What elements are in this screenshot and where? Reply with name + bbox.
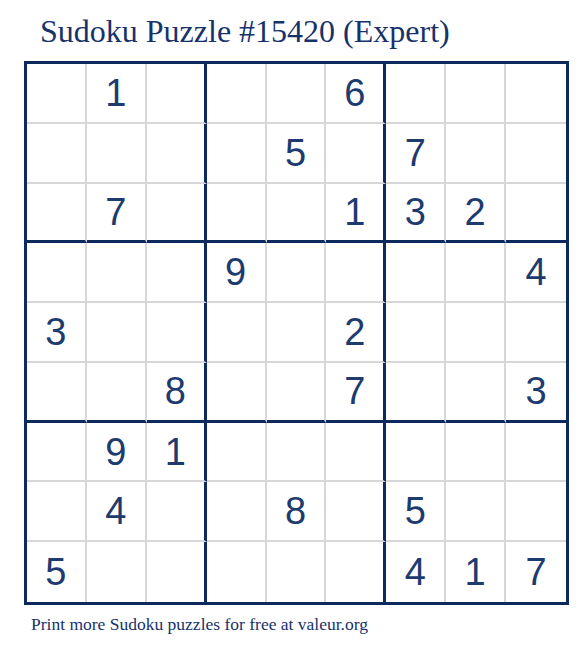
footer-text: Print more Sudoku puzzles for free at va… (31, 613, 368, 636)
cell-r6c5 (267, 363, 327, 423)
cell-r9c4 (207, 542, 267, 602)
cell-r8c2: 4 (87, 482, 147, 542)
given-digit: 2 (465, 193, 486, 231)
cell-r6c3: 8 (147, 363, 207, 423)
cell-r4c5 (267, 243, 327, 303)
cell-r7c1 (27, 423, 87, 483)
cell-r3c2: 7 (87, 184, 147, 244)
cell-r5c8 (446, 303, 506, 363)
given-digit: 5 (285, 134, 306, 172)
cell-r6c1 (27, 363, 87, 423)
cell-r1c3 (147, 64, 207, 124)
cell-r5c7 (386, 303, 446, 363)
cell-r7c7 (386, 423, 446, 483)
cell-r9c6 (326, 542, 386, 602)
cell-r1c8 (446, 64, 506, 124)
cell-r9c3 (147, 542, 207, 602)
given-digit: 9 (105, 433, 126, 471)
cell-r1c1 (27, 64, 87, 124)
cell-r2c1 (27, 124, 87, 184)
cell-r5c4 (207, 303, 267, 363)
given-digit: 2 (344, 313, 365, 351)
cell-r7c9 (506, 423, 566, 483)
given-digit: 3 (45, 313, 66, 351)
given-digit: 4 (405, 553, 426, 591)
given-digit: 5 (45, 553, 66, 591)
given-digit: 4 (525, 253, 546, 291)
cell-r1c2: 1 (87, 64, 147, 124)
given-digit: 7 (525, 553, 546, 591)
given-digit: 5 (405, 492, 426, 530)
given-digit: 8 (165, 372, 186, 410)
given-digit: 7 (344, 372, 365, 410)
cell-r7c8 (446, 423, 506, 483)
cell-r7c6 (326, 423, 386, 483)
cell-r5c3 (147, 303, 207, 363)
given-digit: 4 (105, 492, 126, 530)
given-digit: 7 (105, 193, 126, 231)
cell-r3c9 (506, 184, 566, 244)
given-digit: 9 (225, 253, 246, 291)
cell-r4c9: 4 (506, 243, 566, 303)
cell-r3c8: 2 (446, 184, 506, 244)
cell-r2c6 (326, 124, 386, 184)
given-digit: 3 (525, 372, 546, 410)
cell-r8c4 (207, 482, 267, 542)
cell-r3c5 (267, 184, 327, 244)
cell-r7c4 (207, 423, 267, 483)
cell-r7c3: 1 (147, 423, 207, 483)
cell-r6c7 (386, 363, 446, 423)
cell-r2c7: 7 (386, 124, 446, 184)
given-digit: 1 (465, 553, 486, 591)
page-title: Sudoku Puzzle #15420 (Expert) (40, 12, 450, 50)
cell-r3c3 (147, 184, 207, 244)
cell-r4c4: 9 (207, 243, 267, 303)
given-digit: 1 (105, 74, 126, 112)
cell-r8c9 (506, 482, 566, 542)
cell-r8c6 (326, 482, 386, 542)
given-digit: 1 (344, 193, 365, 231)
cell-r6c6: 7 (326, 363, 386, 423)
cell-r2c8 (446, 124, 506, 184)
cell-r9c1: 5 (27, 542, 87, 602)
cell-r4c1 (27, 243, 87, 303)
cell-r1c5 (267, 64, 327, 124)
cell-r7c5 (267, 423, 327, 483)
cell-r9c2 (87, 542, 147, 602)
cell-r2c5: 5 (267, 124, 327, 184)
sudoku-page: Sudoku Puzzle #15420 (Expert) 1657713294… (0, 0, 580, 651)
cell-r5c9 (506, 303, 566, 363)
cell-r8c8 (446, 482, 506, 542)
given-digit: 1 (165, 433, 186, 471)
cell-r3c4 (207, 184, 267, 244)
cell-r6c8 (446, 363, 506, 423)
given-digit: 7 (405, 134, 426, 172)
cell-r6c2 (87, 363, 147, 423)
cell-r4c8 (446, 243, 506, 303)
given-digit: 8 (285, 492, 306, 530)
cell-r1c6: 6 (326, 64, 386, 124)
cell-r9c5 (267, 542, 327, 602)
cell-r1c7 (386, 64, 446, 124)
cell-r3c1 (27, 184, 87, 244)
cell-r9c9: 7 (506, 542, 566, 602)
cell-r5c6: 2 (326, 303, 386, 363)
given-digit: 6 (344, 74, 365, 112)
cell-r3c7: 3 (386, 184, 446, 244)
cell-r4c6 (326, 243, 386, 303)
cell-r7c2: 9 (87, 423, 147, 483)
cell-r6c4 (207, 363, 267, 423)
sudoku-grid: 165771329432873914855417 (24, 61, 569, 605)
cell-r9c8: 1 (446, 542, 506, 602)
cell-r6c9: 3 (506, 363, 566, 423)
cell-r4c2 (87, 243, 147, 303)
cell-r4c3 (147, 243, 207, 303)
cell-r2c3 (147, 124, 207, 184)
cell-r3c6: 1 (326, 184, 386, 244)
cell-r1c4 (207, 64, 267, 124)
cell-r8c5: 8 (267, 482, 327, 542)
cell-r4c7 (386, 243, 446, 303)
cell-r2c2 (87, 124, 147, 184)
cell-r1c9 (506, 64, 566, 124)
cell-r5c5 (267, 303, 327, 363)
cell-r2c4 (207, 124, 267, 184)
cell-r5c2 (87, 303, 147, 363)
cell-r8c7: 5 (386, 482, 446, 542)
cell-r8c1 (27, 482, 87, 542)
cell-r5c1: 3 (27, 303, 87, 363)
cell-r8c3 (147, 482, 207, 542)
cell-r2c9 (506, 124, 566, 184)
given-digit: 3 (405, 193, 426, 231)
cell-r9c7: 4 (386, 542, 446, 602)
